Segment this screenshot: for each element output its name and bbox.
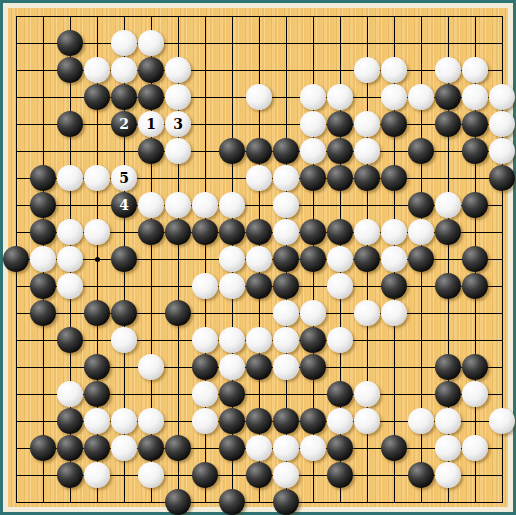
- stone-white[interactable]: [219, 246, 245, 272]
- stone-white[interactable]: 5: [111, 165, 137, 191]
- stone-white[interactable]: [354, 111, 380, 137]
- stone-black[interactable]: [381, 435, 407, 461]
- stone-black[interactable]: [84, 354, 110, 380]
- stone-black[interactable]: [192, 354, 218, 380]
- stone-white[interactable]: [462, 435, 488, 461]
- stone-white[interactable]: 1: [138, 111, 164, 137]
- stone-white[interactable]: [327, 408, 353, 434]
- stone-white[interactable]: [435, 57, 461, 83]
- stone-black[interactable]: [462, 138, 488, 164]
- stone-black[interactable]: [246, 138, 272, 164]
- stone-white[interactable]: [327, 246, 353, 272]
- stone-black[interactable]: [138, 219, 164, 245]
- stone-white[interactable]: [219, 327, 245, 353]
- stone-black[interactable]: [165, 489, 191, 515]
- stone-black[interactable]: [462, 354, 488, 380]
- stone-black[interactable]: [138, 138, 164, 164]
- stone-black[interactable]: [327, 381, 353, 407]
- stone-white[interactable]: [84, 462, 110, 488]
- stone-white[interactable]: [57, 219, 83, 245]
- stone-black[interactable]: [57, 435, 83, 461]
- stone-white[interactable]: [219, 354, 245, 380]
- stone-white[interactable]: [300, 111, 326, 137]
- stone-black[interactable]: [246, 354, 272, 380]
- stone-white[interactable]: [273, 192, 299, 218]
- stone-white[interactable]: [84, 408, 110, 434]
- grid-line-horizontal: [16, 502, 503, 503]
- stone-black[interactable]: [165, 300, 191, 326]
- stone-black[interactable]: [435, 219, 461, 245]
- stone-black[interactable]: [381, 273, 407, 299]
- stone-white[interactable]: [57, 246, 83, 272]
- stone-white[interactable]: [165, 84, 191, 110]
- stone-black[interactable]: [300, 219, 326, 245]
- stone-black[interactable]: [489, 165, 515, 191]
- stone-white[interactable]: [462, 381, 488, 407]
- stone-black[interactable]: [57, 30, 83, 56]
- stone-white[interactable]: [57, 381, 83, 407]
- move-number-label: 5: [119, 171, 129, 185]
- stone-black[interactable]: [111, 84, 137, 110]
- stone-black[interactable]: [57, 462, 83, 488]
- stone-white[interactable]: [354, 300, 380, 326]
- stone-black[interactable]: [219, 381, 245, 407]
- stone-black[interactable]: [462, 246, 488, 272]
- stone-black[interactable]: [300, 165, 326, 191]
- stone-black[interactable]: [327, 165, 353, 191]
- go-board[interactable]: 21354: [8, 8, 508, 507]
- stone-white[interactable]: [273, 300, 299, 326]
- stone-black[interactable]: [84, 381, 110, 407]
- move-number-label: 4: [119, 198, 129, 212]
- stone-black[interactable]: [300, 354, 326, 380]
- stone-black[interactable]: [138, 435, 164, 461]
- stone-black[interactable]: [219, 489, 245, 515]
- stone-black[interactable]: [246, 219, 272, 245]
- stone-black[interactable]: [30, 300, 56, 326]
- stone-white[interactable]: [84, 165, 110, 191]
- stone-white[interactable]: [138, 30, 164, 56]
- stone-white[interactable]: [192, 192, 218, 218]
- stone-white[interactable]: [381, 57, 407, 83]
- stone-white[interactable]: [354, 408, 380, 434]
- stone-white[interactable]: [246, 435, 272, 461]
- stone-black[interactable]: [300, 327, 326, 353]
- hoshi-point: [95, 257, 100, 262]
- stone-black[interactable]: [219, 219, 245, 245]
- stone-black[interactable]: [84, 300, 110, 326]
- move-number-label: 1: [146, 117, 156, 131]
- stone-white[interactable]: [327, 84, 353, 110]
- stone-white[interactable]: [354, 219, 380, 245]
- stone-white[interactable]: [192, 273, 218, 299]
- stone-black[interactable]: [381, 165, 407, 191]
- stone-black[interactable]: [273, 246, 299, 272]
- stone-white[interactable]: [219, 192, 245, 218]
- stone-black[interactable]: [327, 111, 353, 137]
- stone-white[interactable]: [192, 408, 218, 434]
- stone-white[interactable]: [138, 354, 164, 380]
- stone-white[interactable]: [435, 435, 461, 461]
- stone-black[interactable]: [327, 138, 353, 164]
- stone-white[interactable]: [300, 300, 326, 326]
- stone-white[interactable]: [192, 327, 218, 353]
- stone-black[interactable]: [408, 246, 434, 272]
- stone-black[interactable]: [30, 273, 56, 299]
- stone-white[interactable]: [111, 435, 137, 461]
- stone-black[interactable]: [354, 165, 380, 191]
- stone-white[interactable]: [273, 462, 299, 488]
- stone-white[interactable]: [273, 165, 299, 191]
- stone-white[interactable]: [138, 462, 164, 488]
- stone-black[interactable]: [327, 462, 353, 488]
- stone-white[interactable]: [381, 84, 407, 110]
- stone-white[interactable]: [273, 435, 299, 461]
- stone-black[interactable]: [165, 219, 191, 245]
- stone-black[interactable]: [462, 111, 488, 137]
- stone-white[interactable]: [57, 273, 83, 299]
- stone-black[interactable]: [57, 57, 83, 83]
- stone-black[interactable]: [300, 246, 326, 272]
- stone-black[interactable]: [246, 462, 272, 488]
- stone-white[interactable]: [273, 327, 299, 353]
- stone-white[interactable]: [381, 246, 407, 272]
- stone-black[interactable]: [219, 138, 245, 164]
- stone-white[interactable]: [408, 408, 434, 434]
- stone-white[interactable]: [300, 138, 326, 164]
- stone-black[interactable]: [381, 111, 407, 137]
- stone-black[interactable]: 4: [111, 192, 137, 218]
- stone-black[interactable]: [3, 246, 29, 272]
- stone-white[interactable]: [57, 165, 83, 191]
- stone-black[interactable]: [408, 192, 434, 218]
- stone-black[interactable]: [300, 408, 326, 434]
- stone-white[interactable]: [273, 219, 299, 245]
- stone-white[interactable]: [408, 219, 434, 245]
- stone-white[interactable]: [354, 138, 380, 164]
- stone-white[interactable]: [30, 246, 56, 272]
- stone-black[interactable]: [435, 84, 461, 110]
- stone-white[interactable]: [489, 138, 515, 164]
- stone-white[interactable]: [138, 408, 164, 434]
- stone-white[interactable]: [165, 57, 191, 83]
- stone-black[interactable]: [57, 408, 83, 434]
- stone-black[interactable]: [111, 246, 137, 272]
- stone-black[interactable]: [84, 84, 110, 110]
- stone-black[interactable]: [111, 300, 137, 326]
- stone-black[interactable]: [138, 84, 164, 110]
- stone-black[interactable]: [246, 408, 272, 434]
- stone-white[interactable]: [165, 192, 191, 218]
- stone-white[interactable]: [489, 408, 515, 434]
- stone-black[interactable]: [30, 435, 56, 461]
- stone-black[interactable]: [273, 273, 299, 299]
- move-number-label: 2: [119, 117, 129, 131]
- stone-black[interactable]: [435, 111, 461, 137]
- stone-white[interactable]: [111, 327, 137, 353]
- stone-black[interactable]: [30, 219, 56, 245]
- stone-black[interactable]: [57, 327, 83, 353]
- stone-white[interactable]: [381, 300, 407, 326]
- stone-black[interactable]: [30, 192, 56, 218]
- stone-black[interactable]: [273, 138, 299, 164]
- stone-white[interactable]: [273, 354, 299, 380]
- stone-white[interactable]: [111, 408, 137, 434]
- stone-black[interactable]: [84, 435, 110, 461]
- stone-black[interactable]: [435, 381, 461, 407]
- stone-white[interactable]: [246, 165, 272, 191]
- stone-black[interactable]: [219, 435, 245, 461]
- stone-black[interactable]: [327, 219, 353, 245]
- stone-black[interactable]: [273, 489, 299, 515]
- stone-white[interactable]: [489, 84, 515, 110]
- stone-white[interactable]: [408, 84, 434, 110]
- stone-black[interactable]: [192, 462, 218, 488]
- stone-white[interactable]: [300, 84, 326, 110]
- stone-white[interactable]: [192, 381, 218, 407]
- stone-black[interactable]: [408, 138, 434, 164]
- stone-black[interactable]: [30, 165, 56, 191]
- stone-black[interactable]: [57, 111, 83, 137]
- stone-white[interactable]: [381, 219, 407, 245]
- stone-white[interactable]: [246, 327, 272, 353]
- stone-white[interactable]: [354, 57, 380, 83]
- stone-white[interactable]: [435, 192, 461, 218]
- stone-white[interactable]: [300, 435, 326, 461]
- stone-black[interactable]: [219, 408, 245, 434]
- stone-white[interactable]: 3: [165, 111, 191, 137]
- stone-white[interactable]: [435, 462, 461, 488]
- stone-black[interactable]: [246, 273, 272, 299]
- stone-black[interactable]: [273, 408, 299, 434]
- stone-white[interactable]: [489, 111, 515, 137]
- stone-white[interactable]: [327, 273, 353, 299]
- stone-black[interactable]: [435, 273, 461, 299]
- stone-black[interactable]: [462, 273, 488, 299]
- stone-white[interactable]: [354, 381, 380, 407]
- stone-black[interactable]: [165, 435, 191, 461]
- stone-white[interactable]: [327, 327, 353, 353]
- stone-black[interactable]: [327, 435, 353, 461]
- move-number-label: 3: [173, 117, 183, 131]
- stone-white[interactable]: [84, 57, 110, 83]
- stone-white[interactable]: [138, 192, 164, 218]
- stone-white[interactable]: [246, 246, 272, 272]
- stone-white[interactable]: [462, 84, 488, 110]
- stone-black[interactable]: [138, 57, 164, 83]
- stone-white[interactable]: [246, 84, 272, 110]
- stone-white[interactable]: [462, 57, 488, 83]
- stone-white[interactable]: [111, 57, 137, 83]
- stone-white[interactable]: [84, 219, 110, 245]
- stone-black[interactable]: [462, 192, 488, 218]
- stone-white[interactable]: [165, 138, 191, 164]
- stone-black[interactable]: [354, 246, 380, 272]
- stone-black[interactable]: 2: [111, 111, 137, 137]
- stone-black[interactable]: [435, 354, 461, 380]
- stone-black[interactable]: [408, 462, 434, 488]
- stone-white[interactable]: [111, 30, 137, 56]
- board-frame: 21354: [0, 0, 516, 515]
- stone-black[interactable]: [192, 219, 218, 245]
- stone-white[interactable]: [435, 408, 461, 434]
- stone-white[interactable]: [219, 273, 245, 299]
